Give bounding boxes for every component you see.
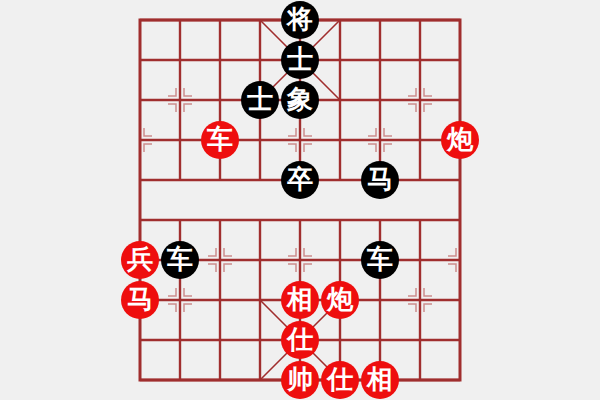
piece-red-advisor-b[interactable]: 仕 xyxy=(321,361,359,399)
piece-black-advisor-a[interactable]: 士 xyxy=(281,41,319,79)
piece-black-soldier[interactable]: 卒 xyxy=(281,161,319,199)
piece-red-elephant-a[interactable]: 相 xyxy=(281,281,319,319)
piece-black-elephant[interactable]: 象 xyxy=(281,81,319,119)
piece-black-horse[interactable]: 马 xyxy=(361,161,399,199)
piece-black-advisor-b[interactable]: 士 xyxy=(241,81,279,119)
piece-red-elephant-b[interactable]: 相 xyxy=(361,361,399,399)
piece-red-cannon-a[interactable]: 炮 xyxy=(441,121,479,159)
piece-black-chariot-b[interactable]: 车 xyxy=(361,241,399,279)
piece-red-pawn[interactable]: 兵 xyxy=(121,241,159,279)
piece-red-general[interactable]: 帅 xyxy=(281,361,319,399)
piece-red-horse[interactable]: 马 xyxy=(121,281,159,319)
piece-black-chariot-a[interactable]: 车 xyxy=(161,241,199,279)
piece-red-chariot[interactable]: 车 xyxy=(201,121,239,159)
piece-red-cannon-b[interactable]: 炮 xyxy=(321,281,359,319)
board-grid: 将士士象卒马车车车炮兵马相炮仕帅仕相 xyxy=(120,0,480,400)
xiangqi-board: 将士士象卒马车车车炮兵马相炮仕帅仕相 xyxy=(0,0,600,400)
piece-black-general[interactable]: 将 xyxy=(281,1,319,39)
piece-red-advisor-a[interactable]: 仕 xyxy=(281,321,319,359)
